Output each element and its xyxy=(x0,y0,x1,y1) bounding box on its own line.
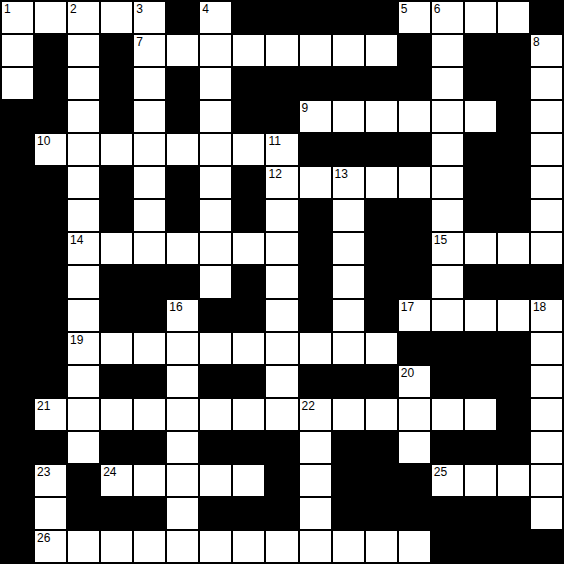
black-cell-r8-c7 xyxy=(233,266,264,297)
cell-r12-c10[interactable] xyxy=(333,399,364,430)
cell-r9-c15[interactable] xyxy=(498,300,529,331)
black-cell-r1-c12 xyxy=(399,35,430,66)
black-cell-r8-c14 xyxy=(465,266,496,297)
black-cell-r15-c14 xyxy=(465,498,496,529)
clue-number-8: 8 xyxy=(533,35,540,49)
black-cell-r8-c0 xyxy=(2,266,33,297)
cell-r5-c9[interactable] xyxy=(300,167,331,198)
cell-r14-c15[interactable] xyxy=(498,465,529,496)
black-cell-r14-c11 xyxy=(366,465,397,496)
black-cell-r4-c9 xyxy=(300,134,331,165)
cell-r7-c10[interactable] xyxy=(333,233,364,264)
black-cell-r11-c6 xyxy=(200,366,231,397)
cell-r5-c13[interactable] xyxy=(432,167,463,198)
cell-r12-c11[interactable] xyxy=(366,399,397,430)
cell-r7-c8[interactable] xyxy=(266,233,297,264)
cell-r1-c7[interactable] xyxy=(233,35,264,66)
clue-number-9: 9 xyxy=(302,101,309,115)
black-cell-r6-c7 xyxy=(233,200,264,231)
cell-r13-c12[interactable] xyxy=(399,432,430,463)
cell-r14-c13[interactable]: 25 xyxy=(432,465,463,496)
cell-r14-c4[interactable] xyxy=(134,465,165,496)
cell-r1-c2[interactable] xyxy=(68,35,99,66)
cell-r12-c7[interactable] xyxy=(233,399,264,430)
clue-number-14: 14 xyxy=(70,233,83,247)
black-cell-r16-c15 xyxy=(498,531,529,562)
cell-r14-c6[interactable] xyxy=(200,465,231,496)
black-cell-r0-c5 xyxy=(167,2,198,33)
black-cell-r6-c0 xyxy=(2,200,33,231)
black-cell-r1-c14 xyxy=(465,35,496,66)
cell-r2-c0[interactable] xyxy=(2,68,33,99)
black-cell-r9-c9 xyxy=(300,300,331,331)
cell-r12-c16[interactable] xyxy=(531,399,562,430)
black-cell-r7-c0 xyxy=(2,233,33,264)
cell-r9-c8[interactable] xyxy=(266,300,297,331)
cell-r3-c14[interactable] xyxy=(465,101,496,132)
cell-r2-c2[interactable] xyxy=(68,68,99,99)
cell-r4-c16[interactable] xyxy=(531,134,562,165)
clue-number-16: 16 xyxy=(169,300,182,314)
black-cell-r2-c11 xyxy=(366,68,397,99)
cell-r1-c0[interactable] xyxy=(2,35,33,66)
cell-r3-c6[interactable] xyxy=(200,101,231,132)
cell-r7-c14[interactable] xyxy=(465,233,496,264)
cell-r0-c13[interactable]: 6 xyxy=(432,2,463,33)
black-cell-r11-c4 xyxy=(134,366,165,397)
cell-r9-c13[interactable] xyxy=(432,300,463,331)
cell-r0-c2[interactable]: 2 xyxy=(68,2,99,33)
cell-r7-c5[interactable] xyxy=(167,233,198,264)
cell-r6-c4[interactable] xyxy=(134,200,165,231)
cell-r16-c5[interactable] xyxy=(167,531,198,562)
black-cell-r14-c0 xyxy=(2,465,33,496)
black-cell-r13-c11 xyxy=(366,432,397,463)
black-cell-r15-c3 xyxy=(101,498,132,529)
black-cell-r4-c14 xyxy=(465,134,496,165)
black-cell-r13-c1 xyxy=(35,432,66,463)
cell-r12-c8[interactable] xyxy=(266,399,297,430)
black-cell-r14-c2 xyxy=(68,465,99,496)
black-cell-r0-c16 xyxy=(531,2,562,33)
black-cell-r13-c3 xyxy=(101,432,132,463)
cell-r10-c9[interactable] xyxy=(300,333,331,364)
black-cell-r9-c6 xyxy=(200,300,231,331)
clue-number-22: 22 xyxy=(302,399,315,413)
black-cell-r15-c0 xyxy=(2,498,33,529)
cell-r14-c16[interactable] xyxy=(531,465,562,496)
black-cell-r4-c10 xyxy=(333,134,364,165)
cell-r12-c3[interactable] xyxy=(101,399,132,430)
cell-r9-c5[interactable]: 16 xyxy=(167,300,198,331)
cell-r14-c7[interactable] xyxy=(233,465,264,496)
black-cell-r13-c14 xyxy=(465,432,496,463)
cell-r5-c12[interactable] xyxy=(399,167,430,198)
cell-r2-c13[interactable] xyxy=(432,68,463,99)
black-cell-r6-c12 xyxy=(399,200,430,231)
cell-r8-c2[interactable] xyxy=(68,266,99,297)
black-cell-r7-c12 xyxy=(399,233,430,264)
cell-r4-c4[interactable] xyxy=(134,134,165,165)
cell-r16-c3[interactable] xyxy=(101,531,132,562)
cell-r3-c16[interactable] xyxy=(531,101,562,132)
cell-r1-c6[interactable] xyxy=(200,35,231,66)
cell-r4-c5[interactable] xyxy=(167,134,198,165)
cell-r7-c16[interactable] xyxy=(531,233,562,264)
cell-r12-c6[interactable] xyxy=(200,399,231,430)
black-cell-r13-c10 xyxy=(333,432,364,463)
black-cell-r8-c3 xyxy=(101,266,132,297)
clue-number-23: 23 xyxy=(37,465,50,479)
black-cell-r4-c12 xyxy=(399,134,430,165)
black-cell-r9-c3 xyxy=(101,300,132,331)
black-cell-r2-c7 xyxy=(233,68,264,99)
black-cell-r0-c7 xyxy=(233,2,264,33)
cell-r16-c1[interactable]: 26 xyxy=(35,531,66,562)
cell-r10-c2[interactable]: 19 xyxy=(68,333,99,364)
clue-number-18: 18 xyxy=(533,300,546,314)
black-cell-r0-c10 xyxy=(333,2,364,33)
cell-r7-c2[interactable]: 14 xyxy=(68,233,99,264)
black-cell-r11-c10 xyxy=(333,366,364,397)
cell-r0-c1[interactable] xyxy=(35,2,66,33)
cell-r14-c3[interactable]: 24 xyxy=(101,465,132,496)
cell-r13-c2[interactable] xyxy=(68,432,99,463)
black-cell-r10-c0 xyxy=(2,333,33,364)
cell-r10-c8[interactable] xyxy=(266,333,297,364)
black-cell-r0-c8 xyxy=(266,2,297,33)
cell-r9-c16[interactable]: 18 xyxy=(531,300,562,331)
cell-r13-c9[interactable] xyxy=(300,432,331,463)
black-cell-r3-c15 xyxy=(498,101,529,132)
black-cell-r10-c1 xyxy=(35,333,66,364)
cell-r7-c15[interactable] xyxy=(498,233,529,264)
black-cell-r8-c4 xyxy=(134,266,165,297)
cell-r6-c10[interactable] xyxy=(333,200,364,231)
black-cell-r5-c0 xyxy=(2,167,33,198)
cell-r1-c11[interactable] xyxy=(366,35,397,66)
black-cell-r15-c6 xyxy=(200,498,231,529)
black-cell-r9-c0 xyxy=(2,300,33,331)
black-cell-r9-c7 xyxy=(233,300,264,331)
cell-r11-c8[interactable] xyxy=(266,366,297,397)
cell-r7-c13[interactable]: 15 xyxy=(432,233,463,264)
black-cell-r1-c1 xyxy=(35,35,66,66)
cell-r0-c15[interactable] xyxy=(498,2,529,33)
black-cell-r4-c15 xyxy=(498,134,529,165)
black-cell-r6-c11 xyxy=(366,200,397,231)
cell-r1-c8[interactable] xyxy=(266,35,297,66)
cell-r11-c16[interactable] xyxy=(531,366,562,397)
clue-number-15: 15 xyxy=(434,233,447,247)
cell-r12-c5[interactable] xyxy=(167,399,198,430)
clue-number-11: 11 xyxy=(268,134,280,148)
black-cell-r8-c5 xyxy=(167,266,198,297)
black-cell-r1-c15 xyxy=(498,35,529,66)
cell-r4-c13[interactable] xyxy=(432,134,463,165)
cell-r16-c9[interactable] xyxy=(300,531,331,562)
crossword-board: 1234567891011121314151617181920212223242… xyxy=(0,0,564,564)
cell-r13-c5[interactable] xyxy=(167,432,198,463)
black-cell-r5-c14 xyxy=(465,167,496,198)
black-cell-r2-c3 xyxy=(101,68,132,99)
clue-number-17: 17 xyxy=(401,300,414,314)
black-cell-r8-c9 xyxy=(300,266,331,297)
cell-r6-c16[interactable] xyxy=(531,200,562,231)
black-cell-r16-c16 xyxy=(531,531,562,562)
black-cell-r7-c9 xyxy=(300,233,331,264)
cell-r6-c13[interactable] xyxy=(432,200,463,231)
black-cell-r9-c11 xyxy=(366,300,397,331)
cell-r0-c0[interactable]: 1 xyxy=(2,2,33,33)
cell-r5-c11[interactable] xyxy=(366,167,397,198)
cell-r16-c8[interactable] xyxy=(266,531,297,562)
black-cell-r6-c15 xyxy=(498,200,529,231)
black-cell-r15-c4 xyxy=(134,498,165,529)
cell-r11-c12[interactable]: 20 xyxy=(399,366,430,397)
black-cell-r11-c15 xyxy=(498,366,529,397)
black-cell-r5-c5 xyxy=(167,167,198,198)
cell-r10-c7[interactable] xyxy=(233,333,264,364)
cell-r14-c1[interactable]: 23 xyxy=(35,465,66,496)
cell-r4-c6[interactable] xyxy=(200,134,231,165)
black-cell-r0-c9 xyxy=(300,2,331,33)
black-cell-r15-c13 xyxy=(432,498,463,529)
cell-r8-c13[interactable] xyxy=(432,266,463,297)
cell-r9-c14[interactable] xyxy=(465,300,496,331)
clue-number-12: 12 xyxy=(268,167,281,181)
cell-r3-c11[interactable] xyxy=(366,101,397,132)
black-cell-r16-c13 xyxy=(432,531,463,562)
cell-r14-c9[interactable] xyxy=(300,465,331,496)
cell-r1-c5[interactable] xyxy=(167,35,198,66)
cell-r4-c7[interactable] xyxy=(233,134,264,165)
cell-r6-c2[interactable] xyxy=(68,200,99,231)
cell-r0-c4[interactable]: 3 xyxy=(134,2,165,33)
cell-r6-c8[interactable] xyxy=(266,200,297,231)
cell-r10-c10[interactable] xyxy=(333,333,364,364)
cell-r10-c4[interactable] xyxy=(134,333,165,364)
black-cell-r1-c3 xyxy=(101,35,132,66)
cell-r16-c4[interactable] xyxy=(134,531,165,562)
cell-r5-c6[interactable] xyxy=(200,167,231,198)
cell-r7-c7[interactable] xyxy=(233,233,264,264)
cell-r1-c16[interactable]: 8 xyxy=(531,35,562,66)
cell-r1-c10[interactable] xyxy=(333,35,364,66)
cell-r8-c6[interactable] xyxy=(200,266,231,297)
cell-r9-c10[interactable] xyxy=(333,300,364,331)
cell-r10-c11[interactable] xyxy=(366,333,397,364)
cell-r13-c16[interactable] xyxy=(531,432,562,463)
black-cell-r2-c9 xyxy=(300,68,331,99)
cell-r3-c13[interactable] xyxy=(432,101,463,132)
cell-r3-c12[interactable] xyxy=(399,101,430,132)
cell-r10-c3[interactable] xyxy=(101,333,132,364)
black-cell-r4-c0 xyxy=(2,134,33,165)
black-cell-r13-c15 xyxy=(498,432,529,463)
cell-r11-c2[interactable] xyxy=(68,366,99,397)
black-cell-r6-c1 xyxy=(35,200,66,231)
cell-r14-c14[interactable] xyxy=(465,465,496,496)
cell-r9-c2[interactable] xyxy=(68,300,99,331)
black-cell-r9-c4 xyxy=(134,300,165,331)
cell-r1-c9[interactable] xyxy=(300,35,331,66)
black-cell-r13-c6 xyxy=(200,432,231,463)
black-cell-r14-c12 xyxy=(399,465,430,496)
black-cell-r3-c8 xyxy=(266,101,297,132)
black-cell-r13-c13 xyxy=(432,432,463,463)
black-cell-r2-c12 xyxy=(399,68,430,99)
cell-r4-c1[interactable]: 10 xyxy=(35,134,66,165)
cell-r15-c16[interactable] xyxy=(531,498,562,529)
black-cell-r7-c11 xyxy=(366,233,397,264)
cell-r10-c5[interactable] xyxy=(167,333,198,364)
black-cell-r5-c1 xyxy=(35,167,66,198)
clue-number-19: 19 xyxy=(70,333,83,347)
black-cell-r14-c8 xyxy=(266,465,297,496)
cell-r3-c2[interactable] xyxy=(68,101,99,132)
cell-r12-c1[interactable]: 21 xyxy=(35,399,66,430)
clue-number-7: 7 xyxy=(136,35,143,49)
black-cell-r10-c13 xyxy=(432,333,463,364)
black-cell-r11-c3 xyxy=(101,366,132,397)
clue-number-5: 5 xyxy=(401,2,408,16)
cell-r4-c8[interactable]: 11 xyxy=(266,134,297,165)
black-cell-r15-c8 xyxy=(266,498,297,529)
black-cell-r6-c5 xyxy=(167,200,198,231)
black-cell-r10-c15 xyxy=(498,333,529,364)
cell-r15-c9[interactable] xyxy=(300,498,331,529)
cell-r0-c14[interactable] xyxy=(465,2,496,33)
black-cell-r5-c7 xyxy=(233,167,264,198)
clue-number-21: 21 xyxy=(37,399,50,413)
cell-r5-c10[interactable]: 13 xyxy=(333,167,364,198)
black-cell-r2-c15 xyxy=(498,68,529,99)
black-cell-r6-c14 xyxy=(465,200,496,231)
cell-r0-c12[interactable]: 5 xyxy=(399,2,430,33)
cell-r5-c8[interactable]: 12 xyxy=(266,167,297,198)
clue-number-25: 25 xyxy=(434,465,447,479)
cell-r9-c12[interactable]: 17 xyxy=(399,300,430,331)
black-cell-r8-c11 xyxy=(366,266,397,297)
cell-r11-c5[interactable] xyxy=(167,366,198,397)
black-cell-r15-c7 xyxy=(233,498,264,529)
cell-r16-c10[interactable] xyxy=(333,531,364,562)
clue-number-3: 3 xyxy=(136,2,143,16)
black-cell-r3-c0 xyxy=(2,101,33,132)
clue-number-26: 26 xyxy=(37,531,50,545)
black-cell-r2-c10 xyxy=(333,68,364,99)
cell-r7-c6[interactable] xyxy=(200,233,231,264)
black-cell-r10-c12 xyxy=(399,333,430,364)
cell-r10-c6[interactable] xyxy=(200,333,231,364)
cell-r4-c2[interactable] xyxy=(68,134,99,165)
cell-r2-c4[interactable] xyxy=(134,68,165,99)
black-cell-r10-c14 xyxy=(465,333,496,364)
cell-r8-c10[interactable] xyxy=(333,266,364,297)
black-cell-r13-c4 xyxy=(134,432,165,463)
cell-r5-c2[interactable] xyxy=(68,167,99,198)
black-cell-r9-c1 xyxy=(35,300,66,331)
cell-r16-c12[interactable] xyxy=(399,531,430,562)
cell-r3-c10[interactable] xyxy=(333,101,364,132)
clue-number-4: 4 xyxy=(202,2,209,16)
cell-r0-c3[interactable] xyxy=(101,2,132,33)
black-cell-r13-c8 xyxy=(266,432,297,463)
black-cell-r11-c0 xyxy=(2,366,33,397)
cell-r7-c3[interactable] xyxy=(101,233,132,264)
cell-r10-c16[interactable] xyxy=(531,333,562,364)
black-cell-r11-c14 xyxy=(465,366,496,397)
cell-r3-c4[interactable] xyxy=(134,101,165,132)
clue-number-2: 2 xyxy=(70,2,77,16)
cell-r2-c16[interactable] xyxy=(531,68,562,99)
black-cell-r15-c15 xyxy=(498,498,529,529)
black-cell-r3-c7 xyxy=(233,101,264,132)
cell-r8-c8[interactable] xyxy=(266,266,297,297)
black-cell-r13-c0 xyxy=(2,432,33,463)
cell-r12-c14[interactable] xyxy=(465,399,496,430)
cell-r2-c6[interactable] xyxy=(200,68,231,99)
cell-r5-c4[interactable] xyxy=(134,167,165,198)
black-cell-r13-c7 xyxy=(233,432,264,463)
cell-r16-c11[interactable] xyxy=(366,531,397,562)
black-cell-r8-c12 xyxy=(399,266,430,297)
cell-r1-c4[interactable]: 7 xyxy=(134,35,165,66)
cell-r14-c5[interactable] xyxy=(167,465,198,496)
cell-r16-c7[interactable] xyxy=(233,531,264,562)
black-cell-r11-c9 xyxy=(300,366,331,397)
cell-r12-c2[interactable] xyxy=(68,399,99,430)
black-cell-r14-c10 xyxy=(333,465,364,496)
cell-r12-c4[interactable] xyxy=(134,399,165,430)
cell-r1-c13[interactable] xyxy=(432,35,463,66)
clue-number-13: 13 xyxy=(335,167,348,181)
black-cell-r16-c0 xyxy=(2,531,33,562)
cell-r7-c4[interactable] xyxy=(134,233,165,264)
black-cell-r4-c11 xyxy=(366,134,397,165)
black-cell-r3-c3 xyxy=(101,101,132,132)
cell-r16-c2[interactable] xyxy=(68,531,99,562)
cell-r6-c6[interactable] xyxy=(200,200,231,231)
black-cell-r15-c10 xyxy=(333,498,364,529)
cell-r5-c16[interactable] xyxy=(531,167,562,198)
black-cell-r0-c11 xyxy=(366,2,397,33)
black-cell-r15-c11 xyxy=(366,498,397,529)
cell-r12-c9[interactable]: 22 xyxy=(300,399,331,430)
black-cell-r6-c3 xyxy=(101,200,132,231)
cell-r15-c1[interactable] xyxy=(35,498,66,529)
black-cell-r5-c15 xyxy=(498,167,529,198)
cell-r3-c9[interactable]: 9 xyxy=(300,101,331,132)
black-cell-r2-c14 xyxy=(465,68,496,99)
cell-r12-c12[interactable] xyxy=(399,399,430,430)
black-cell-r12-c15 xyxy=(498,399,529,430)
black-cell-r3-c5 xyxy=(167,101,198,132)
cell-r0-c6[interactable]: 4 xyxy=(200,2,231,33)
black-cell-r6-c9 xyxy=(300,200,331,231)
cell-r12-c13[interactable] xyxy=(432,399,463,430)
black-cell-r5-c3 xyxy=(101,167,132,198)
cell-r4-c3[interactable] xyxy=(101,134,132,165)
black-cell-r11-c1 xyxy=(35,366,66,397)
black-cell-r16-c14 xyxy=(465,531,496,562)
black-cell-r11-c7 xyxy=(233,366,264,397)
cell-r16-c6[interactable] xyxy=(200,531,231,562)
black-cell-r12-c0 xyxy=(2,399,33,430)
cell-r15-c5[interactable] xyxy=(167,498,198,529)
black-cell-r11-c13 xyxy=(432,366,463,397)
